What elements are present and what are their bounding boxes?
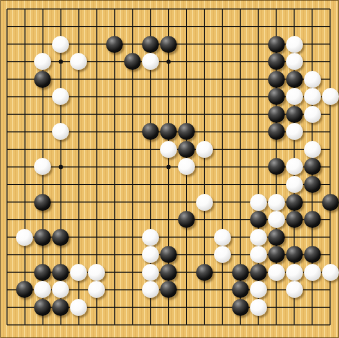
stone-white <box>286 36 303 53</box>
stone-black <box>34 194 51 211</box>
stone-white <box>196 141 213 158</box>
stone-black <box>232 264 249 281</box>
stone-black <box>268 53 285 70</box>
stone-black <box>142 36 159 53</box>
stone-white <box>304 88 321 105</box>
stone-white <box>268 194 285 211</box>
stone-black <box>232 299 249 316</box>
stone-white <box>250 229 267 246</box>
stone-black <box>160 264 177 281</box>
stone-white <box>268 264 285 281</box>
stone-white <box>268 211 285 228</box>
stone-black <box>268 88 285 105</box>
stone-white <box>214 229 231 246</box>
stone-white <box>322 264 339 281</box>
stone-black <box>52 229 69 246</box>
stone-black <box>268 71 285 88</box>
stone-black <box>286 106 303 123</box>
stone-black <box>304 246 321 263</box>
stone-black <box>322 194 339 211</box>
stone-white <box>160 141 177 158</box>
stone-black <box>268 229 285 246</box>
stone-black <box>286 211 303 228</box>
stone-black <box>304 176 321 193</box>
stone-black <box>178 141 195 158</box>
go-board[interactable] <box>0 0 339 338</box>
stone-white <box>322 88 339 105</box>
stone-black <box>286 194 303 211</box>
stone-white <box>52 36 69 53</box>
stone-black <box>268 246 285 263</box>
stone-white <box>250 281 267 298</box>
stone-black <box>268 36 285 53</box>
stone-black <box>268 106 285 123</box>
stone-white <box>214 246 231 263</box>
stone-black <box>178 211 195 228</box>
stone-black <box>250 211 267 228</box>
stone-white <box>70 264 87 281</box>
stone-white <box>286 264 303 281</box>
stone-black <box>286 246 303 263</box>
stone-black <box>286 71 303 88</box>
stone-black <box>250 264 267 281</box>
stone-black <box>304 158 321 175</box>
stone-white <box>304 71 321 88</box>
stone-black <box>34 229 51 246</box>
go-app-window <box>0 0 339 338</box>
stone-white <box>286 176 303 193</box>
stone-black <box>34 71 51 88</box>
stone-white <box>142 264 159 281</box>
stone-white <box>196 194 213 211</box>
stone-black <box>196 264 213 281</box>
stone-white <box>304 106 321 123</box>
stone-white <box>286 123 303 140</box>
stone-white <box>286 281 303 298</box>
stone-white <box>304 141 321 158</box>
stone-white <box>304 264 321 281</box>
stone-white <box>16 229 33 246</box>
stone-black <box>268 123 285 140</box>
stone-black <box>52 264 69 281</box>
stone-black <box>106 36 123 53</box>
stone-white <box>286 88 303 105</box>
stone-white <box>88 264 105 281</box>
stone-black <box>304 211 321 228</box>
stone-black <box>160 36 177 53</box>
stone-white <box>250 194 267 211</box>
stone-white <box>142 229 159 246</box>
stone-white <box>286 53 303 70</box>
stone-white <box>250 299 267 316</box>
stone-white <box>250 246 267 263</box>
